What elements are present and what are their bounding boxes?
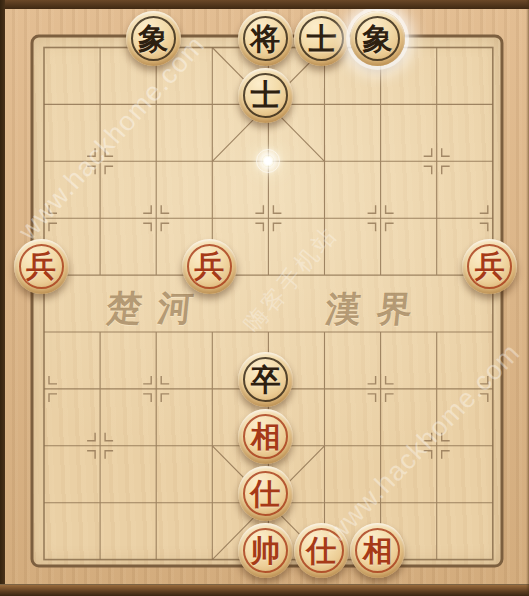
- river-label-left: 楚河: [105, 285, 212, 332]
- piece-character: 相: [363, 536, 393, 566]
- left-frame-bar: [0, 0, 5, 596]
- piece-black-advisor[interactable]: 士: [294, 11, 349, 66]
- piece-character: 仕: [250, 479, 280, 509]
- piece-black-elephant-selected[interactable]: 象: [350, 11, 405, 66]
- piece-red-soldier[interactable]: 兵: [182, 239, 237, 294]
- xiangqi-board-screen: 楚河 漢界 象将士象士卒兵兵兵相仕帅仕相 www.hackhome.com 嗨客…: [0, 0, 529, 596]
- piece-character: 兵: [475, 251, 505, 281]
- move-hint-dot[interactable]: [262, 155, 274, 167]
- top-frame-bar: [0, 0, 529, 9]
- piece-red-soldier[interactable]: 兵: [462, 239, 517, 294]
- piece-red-advisor[interactable]: 仕: [238, 466, 293, 521]
- piece-black-advisor[interactable]: 士: [238, 68, 293, 123]
- piece-black-general[interactable]: 将: [238, 11, 293, 66]
- piece-character: 象: [138, 24, 168, 54]
- piece-character: 象: [363, 24, 393, 54]
- piece-black-soldier[interactable]: 卒: [238, 352, 293, 407]
- piece-character: 兵: [26, 251, 56, 281]
- piece-red-soldier[interactable]: 兵: [14, 239, 69, 294]
- piece-character: 兵: [194, 251, 224, 281]
- river-label-right: 漢界: [324, 286, 431, 333]
- piece-character: 仕: [307, 536, 337, 566]
- piece-character: 卒: [250, 365, 280, 395]
- piece-red-advisor[interactable]: 仕: [294, 523, 349, 578]
- piece-character: 帅: [250, 536, 280, 566]
- piece-red-elephant[interactable]: 相: [350, 523, 405, 578]
- bottom-frame-bar: [0, 584, 529, 596]
- piece-red-elephant[interactable]: 相: [238, 409, 293, 464]
- piece-character: 士: [307, 24, 337, 54]
- piece-character: 将: [250, 24, 280, 54]
- piece-red-general[interactable]: 帅: [238, 523, 293, 578]
- piece-character: 相: [250, 422, 280, 452]
- piece-character: 士: [250, 80, 280, 110]
- piece-black-elephant[interactable]: 象: [126, 11, 181, 66]
